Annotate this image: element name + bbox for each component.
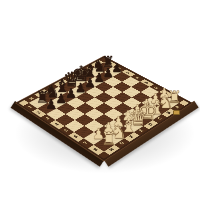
chess-squares: ♜♞♝♛♚♝♞♜♟♟♟♟♟♟♟♟♟♟♟♟♟♟♟♟♜♞♝♛♚♝♞♜ (29, 62, 179, 151)
chess-board: HGFEDCBA1122334455667788HGFEDCBA ♜♞♝♛♚♝♞… (15, 56, 193, 162)
scene: HGFEDCBA1122334455667788HGFEDCBA ♜♞♝♛♚♝♞… (0, 0, 200, 200)
piece-black-pawn[interactable]: ♟ (45, 97, 57, 110)
piece-white-rook[interactable]: ♜ (101, 130, 117, 148)
brass-clasp-icon (173, 110, 180, 115)
product-photo: HGFEDCBA1122334455667788HGFEDCBA ♜♞♝♛♚♝♞… (0, 0, 200, 200)
